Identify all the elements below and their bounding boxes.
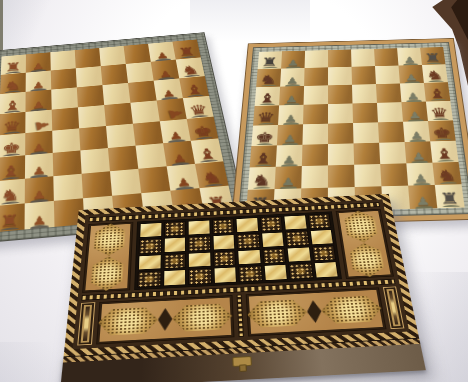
square-d6 — [52, 107, 79, 130]
square-g6 — [53, 174, 83, 201]
corner-floral-square — [382, 286, 404, 329]
piece-black-knight: ♞ — [256, 66, 280, 87]
mosaic-square — [188, 268, 212, 285]
square-g8: ♞ — [0, 179, 25, 206]
piece-black-pawn: ♟ — [280, 71, 304, 86]
square-e8: ♚ — [251, 125, 278, 146]
square-b2: ♟ — [398, 65, 423, 84]
piece-black-rook: ♜ — [257, 48, 281, 68]
piece-black-pawn: ♟ — [275, 150, 301, 166]
square-e1: ♚ — [428, 120, 456, 141]
square-g8: ♞ — [248, 167, 276, 190]
pearl-square — [237, 249, 261, 265]
piece-white-bishop: ♝ — [193, 139, 223, 163]
square-e7: ♟ — [25, 131, 53, 156]
hexagon-medallion — [247, 298, 309, 329]
pearl-square — [283, 215, 307, 230]
piece-black-pawn: ♟ — [23, 209, 54, 228]
piece-black-pawn: ♟ — [281, 53, 305, 68]
piece-white-pawn: ♟ — [152, 64, 179, 80]
square-f6 — [302, 144, 328, 166]
square-a8: ♜ — [1, 54, 26, 74]
piece-white-pawn: ♟ — [155, 83, 182, 100]
square-a2: ♟ — [148, 42, 176, 62]
pearl-square — [236, 217, 259, 232]
square-d4 — [104, 103, 133, 126]
square-b5 — [76, 66, 103, 87]
piece-black-pawn: ♟ — [274, 172, 301, 189]
pearl-square — [138, 254, 161, 270]
piece-white-knight: ♞ — [423, 62, 447, 83]
piece-black-pawn: ♟ — [24, 75, 51, 91]
square-b6 — [304, 67, 328, 86]
piece-black-pawn: ♟ — [277, 129, 303, 145]
square-g5 — [328, 165, 355, 188]
pearl-square — [188, 220, 210, 235]
piece-black-bishop: ♝ — [254, 84, 279, 105]
pearl-square — [313, 262, 338, 279]
square-c4 — [102, 83, 130, 105]
piece-white-rook: ♜ — [437, 184, 465, 208]
square-a6 — [305, 50, 328, 68]
piece-black-pawn: ♟ — [24, 95, 51, 112]
piece-black-rook: ♜ — [0, 53, 26, 75]
square-c1: ♝ — [424, 82, 450, 101]
square-c7: ♟ — [25, 90, 51, 112]
square-g7: ♟ — [275, 166, 302, 189]
pearl-square — [261, 232, 285, 248]
square-f8: ♝ — [0, 155, 25, 181]
square-b2: ♟ — [151, 60, 179, 81]
right-board-squares: ♜♟♟♜♞♟♟♞♝♟♟♝♛♟♟♛♚♟♟♚♝♟♟♝♞♟♟♞♜♟♟♜ — [246, 47, 465, 213]
square-d7: ♟ — [278, 105, 304, 125]
box-lid — [64, 194, 419, 357]
square-f4 — [108, 146, 138, 172]
piece-white-pawn: ♟ — [408, 168, 435, 185]
square-f8: ♝ — [250, 145, 277, 167]
right-hexagon-panel — [336, 209, 394, 279]
piece-black-queen: ♛ — [0, 112, 25, 135]
mosaic-square — [307, 214, 331, 229]
square-c3 — [128, 81, 157, 103]
square-e6 — [302, 124, 328, 145]
square-c2: ♟ — [154, 78, 183, 100]
square-d5 — [328, 103, 353, 123]
square-f3 — [136, 143, 167, 169]
piece-black-pawn: ♟ — [24, 160, 54, 178]
piece-white-bishop: ♝ — [432, 139, 459, 162]
square-f7: ♟ — [276, 145, 303, 167]
square-b5 — [328, 67, 352, 86]
square-d3 — [377, 102, 403, 122]
piece-white-rook: ♜ — [421, 44, 445, 64]
hexagon-medallion — [320, 294, 384, 325]
pearl-square — [213, 267, 237, 284]
square-h1: ♜ — [435, 184, 465, 208]
diamond-divider — [306, 300, 323, 323]
pearl-square — [188, 251, 211, 267]
square-a6 — [50, 50, 75, 70]
square-d5 — [78, 105, 106, 128]
square-d1: ♛ — [183, 96, 214, 119]
square-d8: ♛ — [253, 105, 279, 125]
pearl-square — [212, 234, 235, 250]
piece-black-pawn: ♟ — [279, 90, 304, 105]
mosaic-square — [139, 238, 162, 254]
square-a8: ♜ — [258, 51, 282, 69]
piece-black-pawn: ♟ — [24, 137, 53, 155]
mosaic-square — [288, 263, 313, 280]
square-e2: ♟ — [160, 119, 191, 143]
square-a1: ♜ — [172, 39, 200, 59]
square-g7: ♟ — [25, 176, 54, 203]
square-c6 — [51, 87, 78, 109]
piece-white-rook: ♜ — [174, 38, 201, 60]
square-b1: ♞ — [422, 64, 448, 83]
mosaic-square — [311, 245, 336, 261]
piece-white-king: ♚ — [189, 116, 218, 140]
mosaic-square — [188, 235, 211, 251]
square-d7: ♟ — [25, 110, 52, 133]
mosaic-square — [262, 248, 286, 264]
piece-white-pawn: ♟ — [169, 171, 199, 190]
piece-white-bishop: ♝ — [181, 75, 209, 98]
piece-white-pawn: ♟ — [401, 86, 426, 101]
square-d2: ♟ — [401, 102, 428, 122]
piece-white-queen: ♛ — [427, 99, 452, 121]
square-b6 — [51, 68, 77, 89]
square-f1: ♝ — [430, 141, 458, 163]
piece-black-bishop: ♝ — [0, 156, 25, 180]
pearl-square — [309, 229, 334, 245]
square-c8: ♝ — [255, 87, 280, 106]
square-b3 — [375, 66, 400, 85]
pearl-square — [139, 222, 162, 237]
square-d4 — [352, 103, 378, 123]
mosaic-square — [213, 250, 237, 266]
square-e4 — [106, 124, 136, 148]
square-b8: ♞ — [256, 69, 281, 88]
square-g6 — [301, 165, 328, 188]
square-e5 — [328, 123, 354, 144]
piece-white-queen: ♛ — [185, 95, 214, 118]
square-f2: ♟ — [163, 141, 195, 167]
backgammon-box — [60, 194, 426, 382]
mosaic-square — [137, 271, 161, 288]
piece-white-pawn: ♟ — [409, 191, 437, 208]
hexagon-medallion — [347, 242, 386, 278]
square-g1: ♞ — [432, 162, 461, 185]
piece-white-pawn: ♟ — [162, 125, 191, 143]
square-e3 — [133, 121, 163, 145]
piece-white-knight: ♞ — [177, 56, 204, 78]
pearl-square — [163, 237, 186, 253]
square-g5 — [82, 171, 112, 198]
square-b4 — [352, 66, 376, 85]
square-b1: ♞ — [176, 57, 205, 78]
piece-white-pawn: ♟ — [402, 105, 427, 121]
square-e5 — [79, 126, 108, 150]
square-g4 — [110, 169, 141, 196]
square-a5 — [328, 49, 351, 67]
piece-black-pawn: ♟ — [278, 109, 303, 125]
piece-white-king: ♚ — [429, 119, 455, 141]
square-d8: ♛ — [0, 112, 25, 135]
square-f6 — [53, 150, 82, 176]
square-b4 — [101, 64, 128, 85]
pearl-square — [263, 264, 288, 281]
piece-black-bishop: ♝ — [0, 91, 26, 114]
auction-photo-scene: ♜♟♟♜♞♟♟♞♝♟♟♝♛♟♟♛♚♟♟♚♝♟♟♝♞♟♟♞♜♟♟♜ ♜♟♟♜♞♟♟… — [0, 0, 468, 382]
square-g3 — [138, 166, 170, 193]
square-h8: ♜ — [0, 203, 25, 232]
hexagon-medallion — [89, 256, 125, 292]
square-f2: ♟ — [405, 141, 433, 163]
square-f5 — [80, 148, 110, 174]
corner-floral-square — [77, 302, 95, 345]
medallion-panel — [245, 287, 386, 336]
square-f5 — [328, 143, 354, 165]
mosaic-square — [212, 219, 235, 234]
square-e3 — [378, 122, 405, 143]
medallion-panel — [96, 295, 234, 344]
mosaic-divider — [236, 295, 243, 337]
square-d6 — [303, 104, 328, 124]
mosaic-square — [238, 265, 262, 282]
brass-clasp-icon — [232, 356, 252, 367]
square-h2: ♟ — [408, 185, 437, 209]
square-d3 — [130, 100, 159, 123]
embossed-metal-strips: ♜♟♟♜♞♟♟♞♝♟♟♝♛♟♟♛♚♟♟♚♝♟♟♝♞♟♟♞♜♟♟♜ — [238, 42, 468, 220]
square-d1: ♛ — [426, 101, 453, 121]
square-b8: ♞ — [0, 73, 26, 94]
piece-black-bishop: ♝ — [249, 144, 276, 167]
left-hexagon-panel — [82, 222, 133, 293]
square-c8: ♝ — [0, 92, 26, 114]
square-g1: ♞ — [195, 161, 229, 188]
pearl-square — [163, 269, 186, 286]
square-c4 — [352, 84, 377, 103]
square-c7: ♟ — [279, 86, 304, 105]
square-e6 — [52, 128, 80, 153]
hexagon-medallion — [92, 223, 127, 257]
square-f4 — [354, 143, 381, 165]
piece-white-pawn: ♟ — [398, 50, 422, 65]
square-e2: ♟ — [403, 121, 430, 142]
square-g3 — [380, 163, 408, 186]
square-a4 — [99, 46, 126, 66]
square-a1: ♜ — [420, 47, 445, 65]
square-g2: ♟ — [167, 164, 200, 191]
square-a3 — [124, 44, 151, 64]
square-c3 — [376, 83, 401, 102]
mosaic-square — [163, 253, 186, 269]
square-f1: ♝ — [191, 138, 224, 163]
hexagon-medallion — [172, 302, 232, 333]
piece-black-knight: ♞ — [247, 166, 274, 189]
square-c5 — [77, 85, 104, 107]
square-e7: ♟ — [277, 124, 303, 145]
square-a7: ♟ — [26, 52, 51, 72]
square-b7: ♟ — [26, 70, 52, 91]
square-a4 — [351, 49, 375, 67]
hexagon-medallion — [97, 306, 158, 337]
square-e8: ♚ — [0, 133, 25, 158]
mosaic-square — [285, 230, 309, 246]
hexagon-medallion — [342, 210, 380, 243]
square-a5 — [75, 48, 101, 68]
mosaic-square — [236, 233, 259, 249]
lid-checkerboard — [134, 211, 342, 290]
mosaic-square — [259, 216, 282, 231]
square-a3 — [374, 48, 398, 66]
square-h7: ♟ — [25, 201, 55, 230]
square-d2: ♟ — [157, 98, 187, 121]
square-a7: ♟ — [281, 51, 305, 69]
piece-black-knight: ♞ — [0, 72, 26, 94]
square-e1: ♚ — [187, 117, 219, 141]
square-g2: ♟ — [406, 163, 434, 186]
square-c6 — [304, 85, 328, 104]
piece-black-king: ♚ — [251, 123, 277, 145]
piece-white-pawn: ♟ — [165, 147, 195, 165]
square-c1: ♝ — [179, 76, 209, 98]
piece-black-knight: ♞ — [0, 180, 25, 205]
piece-white-knight: ♞ — [434, 161, 461, 184]
piece-white-pawn: ♟ — [406, 146, 432, 162]
square-c2: ♟ — [400, 83, 426, 102]
square-b7: ♟ — [280, 68, 304, 87]
piece-white-bishop: ♝ — [425, 80, 450, 101]
square-c5 — [328, 85, 352, 104]
square-f7: ♟ — [25, 153, 53, 179]
square-a2: ♟ — [397, 48, 422, 66]
piece-black-rook: ♜ — [0, 205, 25, 231]
piece-white-knight: ♞ — [197, 162, 228, 187]
square-g4 — [354, 164, 381, 187]
diamond-divider — [158, 308, 173, 332]
pearl-square — [287, 246, 312, 262]
piece-black-king: ♚ — [0, 133, 25, 157]
piece-white-pawn: ♟ — [404, 125, 430, 141]
mosaic-square — [164, 221, 186, 236]
piece-white-pawn: ♟ — [399, 68, 423, 83]
square-f3 — [379, 142, 406, 164]
piece-black-queen: ♛ — [253, 103, 278, 125]
piece-black-pawn: ♟ — [23, 184, 53, 203]
square-e4 — [353, 122, 379, 143]
square-b3 — [126, 62, 154, 83]
